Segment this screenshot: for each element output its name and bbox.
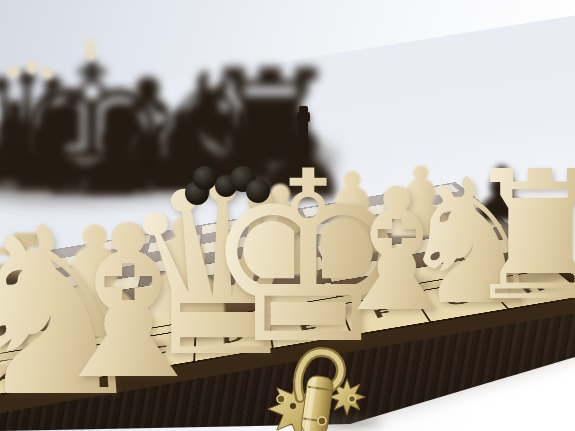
clasp-rivet: [318, 417, 326, 425]
clasp-rivet: [277, 395, 285, 403]
clasp-barrel: [300, 375, 334, 431]
black-queen-crown-bead: [42, 67, 53, 79]
clasp-keyhole: [290, 403, 296, 409]
clasp-rivet: [349, 396, 356, 403]
black-queen-crown-bead: [8, 66, 19, 78]
white-rook-piece: ♜: [460, 148, 575, 326]
black-king-finial: [86, 40, 95, 60]
white-king-finial-knob: [297, 112, 310, 122]
chess-set-photo: A B C D E F G H ♛ ♚ ♝ ♞ ♜ ♟ ♟ ♟ ♟ ♟ ♟ ♟ …: [0, 0, 575, 431]
brass-latch-icon: [255, 340, 375, 431]
black-queen-crown-bead: [26, 61, 38, 74]
